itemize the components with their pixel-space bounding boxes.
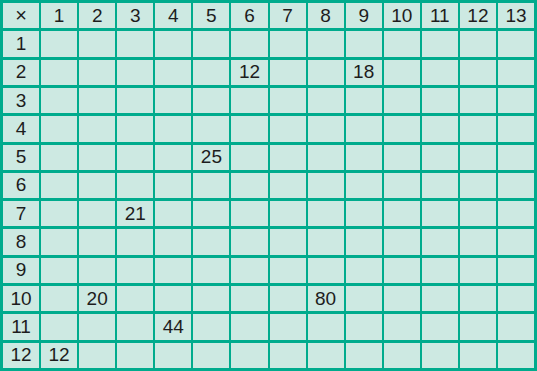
cell-r2-c4[interactable] — [155, 60, 191, 85]
row-header-10: 10 — [3, 286, 39, 311]
cell-r4-c8[interactable] — [308, 116, 344, 141]
cell-r7-c1[interactable] — [41, 201, 77, 226]
cell-r4-c9[interactable] — [346, 116, 382, 141]
cell-r12-c6[interactable] — [231, 343, 267, 368]
cell-r1-c5[interactable] — [193, 31, 229, 56]
cell-r11-c9[interactable] — [346, 314, 382, 339]
column-header-2: 2 — [79, 3, 115, 28]
cell-r3-c13[interactable] — [498, 88, 534, 113]
cell-r6-c7[interactable] — [270, 173, 306, 198]
row-header-12: 12 — [3, 343, 39, 368]
cell-r7-c3[interactable]: 21 — [117, 201, 153, 226]
cell-r8-c2[interactable] — [79, 229, 115, 254]
cell-r8-c1[interactable] — [41, 229, 77, 254]
cell-r10-c9[interactable] — [346, 286, 382, 311]
cell-r11-c5[interactable] — [193, 314, 229, 339]
cell-r6-c10[interactable] — [384, 173, 420, 198]
cell-r7-c4[interactable] — [155, 201, 191, 226]
cell-r12-c5[interactable] — [193, 343, 229, 368]
cell-r9-c4[interactable] — [155, 258, 191, 283]
cell-r2-c1[interactable] — [41, 60, 77, 85]
cell-r6-c11[interactable] — [422, 173, 458, 198]
cell-r9-c10[interactable] — [384, 258, 420, 283]
cell-r3-c7[interactable] — [270, 88, 306, 113]
cell-r5-c10[interactable] — [384, 145, 420, 170]
cell-r11-c10[interactable] — [384, 314, 420, 339]
cell-r3-c5[interactable] — [193, 88, 229, 113]
cell-r10-c12[interactable] — [460, 286, 496, 311]
cell-r10-c8[interactable]: 80 — [308, 286, 344, 311]
cell-r12-c1[interactable]: 12 — [41, 343, 77, 368]
cell-r10-c4[interactable] — [155, 286, 191, 311]
cell-r3-c10[interactable] — [384, 88, 420, 113]
cell-r1-c6[interactable] — [231, 31, 267, 56]
cell-r6-c9[interactable] — [346, 173, 382, 198]
cell-r11-c7[interactable] — [270, 314, 306, 339]
cell-r5-c8[interactable] — [308, 145, 344, 170]
cell-r2-c2[interactable] — [79, 60, 115, 85]
cell-r8-c8[interactable] — [308, 229, 344, 254]
column-header-1: 1 — [41, 3, 77, 28]
column-header-6: 6 — [231, 3, 267, 28]
cell-r9-c12[interactable] — [460, 258, 496, 283]
cell-r10-c2[interactable]: 20 — [79, 286, 115, 311]
cell-r11-c6[interactable] — [231, 314, 267, 339]
cell-r11-c13[interactable] — [498, 314, 534, 339]
cell-r6-c3[interactable] — [117, 173, 153, 198]
column-header-9: 9 — [346, 3, 382, 28]
cell-r7-c7[interactable] — [270, 201, 306, 226]
cell-r3-c2[interactable] — [79, 88, 115, 113]
cell-r8-c7[interactable] — [270, 229, 306, 254]
column-header-10: 10 — [384, 3, 420, 28]
row-header-4: 4 — [3, 116, 39, 141]
cell-r9-c8[interactable] — [308, 258, 344, 283]
cell-r12-c2[interactable] — [79, 343, 115, 368]
cell-r2-c13[interactable] — [498, 60, 534, 85]
cell-r10-c1[interactable] — [41, 286, 77, 311]
cell-r12-c8[interactable] — [308, 343, 344, 368]
cell-r5-c7[interactable] — [270, 145, 306, 170]
cell-r8-c12[interactable] — [460, 229, 496, 254]
row-header-9: 9 — [3, 258, 39, 283]
cell-r5-c11[interactable] — [422, 145, 458, 170]
cell-r11-c12[interactable] — [460, 314, 496, 339]
cell-r1-c13[interactable] — [498, 31, 534, 56]
cell-r3-c4[interactable] — [155, 88, 191, 113]
row-header-5: 5 — [3, 145, 39, 170]
cell-r6-c12[interactable] — [460, 173, 496, 198]
column-header-4: 4 — [155, 3, 191, 28]
cell-r1-c3[interactable] — [117, 31, 153, 56]
column-header-8: 8 — [308, 3, 344, 28]
column-header-11: 11 — [422, 3, 458, 28]
cell-r12-c10[interactable] — [384, 343, 420, 368]
cell-r2-c10[interactable] — [384, 60, 420, 85]
cell-r9-c2[interactable] — [79, 258, 115, 283]
cell-r5-c13[interactable] — [498, 145, 534, 170]
cell-r9-c9[interactable] — [346, 258, 382, 283]
cell-r7-c5[interactable] — [193, 201, 229, 226]
cell-r4-c11[interactable] — [422, 116, 458, 141]
cell-r10-c5[interactable] — [193, 286, 229, 311]
cell-r4-c2[interactable] — [79, 116, 115, 141]
cell-r3-c8[interactable] — [308, 88, 344, 113]
cell-r2-c8[interactable] — [308, 60, 344, 85]
cell-r7-c2[interactable] — [79, 201, 115, 226]
multiplication-grid: ×123456789101112131212183452567218910208… — [0, 0, 537, 371]
cell-r2-c7[interactable] — [270, 60, 306, 85]
cell-r9-c5[interactable] — [193, 258, 229, 283]
cell-r12-c11[interactable] — [422, 343, 458, 368]
cell-r7-c9[interactable] — [346, 201, 382, 226]
cell-r10-c3[interactable] — [117, 286, 153, 311]
cell-r12-c4[interactable] — [155, 343, 191, 368]
row-header-6: 6 — [3, 173, 39, 198]
cell-r7-c12[interactable] — [460, 201, 496, 226]
cell-r6-c13[interactable] — [498, 173, 534, 198]
column-header-7: 7 — [270, 3, 306, 28]
cell-r4-c7[interactable] — [270, 116, 306, 141]
cell-r9-c3[interactable] — [117, 258, 153, 283]
cell-r12-c12[interactable] — [460, 343, 496, 368]
cell-r4-c10[interactable] — [384, 116, 420, 141]
column-header-12: 12 — [460, 3, 496, 28]
column-header-3: 3 — [117, 3, 153, 28]
cell-r6-c5[interactable] — [193, 173, 229, 198]
cell-r1-c4[interactable] — [155, 31, 191, 56]
cell-r10-c11[interactable] — [422, 286, 458, 311]
cell-r2-c11[interactable] — [422, 60, 458, 85]
cell-r4-c12[interactable] — [460, 116, 496, 141]
cell-r6-c2[interactable] — [79, 173, 115, 198]
cell-r5-c5[interactable]: 25 — [193, 145, 229, 170]
cell-r10-c7[interactable] — [270, 286, 306, 311]
cell-r4-c1[interactable] — [41, 116, 77, 141]
cell-r4-c6[interactable] — [231, 116, 267, 141]
column-header-5: 5 — [193, 3, 229, 28]
cell-r2-c12[interactable] — [460, 60, 496, 85]
cell-r1-c11[interactable] — [422, 31, 458, 56]
cell-r11-c1[interactable] — [41, 314, 77, 339]
row-header-1: 1 — [3, 31, 39, 56]
row-header-2: 2 — [3, 60, 39, 85]
cell-r11-c4[interactable]: 44 — [155, 314, 191, 339]
cell-r1-c8[interactable] — [308, 31, 344, 56]
cell-r9-c11[interactable] — [422, 258, 458, 283]
cell-r9-c1[interactable] — [41, 258, 77, 283]
cell-r1-c2[interactable] — [79, 31, 115, 56]
cell-r5-c1[interactable] — [41, 145, 77, 170]
cell-r3-c3[interactable] — [117, 88, 153, 113]
cell-r6-c8[interactable] — [308, 173, 344, 198]
cell-r7-c13[interactable] — [498, 201, 534, 226]
cell-r3-c12[interactable] — [460, 88, 496, 113]
cell-r8-c3[interactable] — [117, 229, 153, 254]
cell-r10-c13[interactable] — [498, 286, 534, 311]
cell-r3-c11[interactable] — [422, 88, 458, 113]
cell-r2-c6[interactable]: 12 — [231, 60, 267, 85]
cell-r7-c11[interactable] — [422, 201, 458, 226]
cell-r1-c7[interactable] — [270, 31, 306, 56]
cell-r11-c8[interactable] — [308, 314, 344, 339]
cell-r2-c3[interactable] — [117, 60, 153, 85]
cell-r5-c2[interactable] — [79, 145, 115, 170]
cell-r7-c8[interactable] — [308, 201, 344, 226]
row-header-8: 8 — [3, 229, 39, 254]
cell-r12-c7[interactable] — [270, 343, 306, 368]
cell-r8-c4[interactable] — [155, 229, 191, 254]
cell-r3-c6[interactable] — [231, 88, 267, 113]
row-header-11: 11 — [3, 314, 39, 339]
cell-r11-c2[interactable] — [79, 314, 115, 339]
cell-r6-c6[interactable] — [231, 173, 267, 198]
cell-r5-c9[interactable] — [346, 145, 382, 170]
cell-r4-c4[interactable] — [155, 116, 191, 141]
cell-r8-c9[interactable] — [346, 229, 382, 254]
row-header-3: 3 — [3, 88, 39, 113]
cell-r8-c6[interactable] — [231, 229, 267, 254]
cell-r12-c9[interactable] — [346, 343, 382, 368]
cell-r1-c10[interactable] — [384, 31, 420, 56]
column-header-13: 13 — [498, 3, 534, 28]
cell-r5-c12[interactable] — [460, 145, 496, 170]
cell-r11-c3[interactable] — [117, 314, 153, 339]
cell-r5-c6[interactable] — [231, 145, 267, 170]
cell-r9-c6[interactable] — [231, 258, 267, 283]
cell-r1-c12[interactable] — [460, 31, 496, 56]
cell-r1-c9[interactable] — [346, 31, 382, 56]
cell-r12-c3[interactable] — [117, 343, 153, 368]
cell-r7-c10[interactable] — [384, 201, 420, 226]
cell-r7-c6[interactable] — [231, 201, 267, 226]
cell-r9-c7[interactable] — [270, 258, 306, 283]
cell-r8-c11[interactable] — [422, 229, 458, 254]
cell-r12-c13[interactable] — [498, 343, 534, 368]
cell-r4-c5[interactable] — [193, 116, 229, 141]
cell-r6-c4[interactable] — [155, 173, 191, 198]
cell-r2-c9[interactable]: 18 — [346, 60, 382, 85]
corner-cell: × — [3, 3, 39, 28]
cell-r4-c13[interactable] — [498, 116, 534, 141]
cell-r8-c5[interactable] — [193, 229, 229, 254]
cell-r11-c11[interactable] — [422, 314, 458, 339]
cell-r1-c1[interactable] — [41, 31, 77, 56]
cell-r6-c1[interactable] — [41, 173, 77, 198]
cell-r10-c10[interactable] — [384, 286, 420, 311]
cell-r8-c10[interactable] — [384, 229, 420, 254]
cell-r5-c3[interactable] — [117, 145, 153, 170]
cell-r9-c13[interactable] — [498, 258, 534, 283]
cell-r3-c1[interactable] — [41, 88, 77, 113]
cell-r4-c3[interactable] — [117, 116, 153, 141]
cell-r5-c4[interactable] — [155, 145, 191, 170]
cell-r3-c9[interactable] — [346, 88, 382, 113]
cell-r10-c6[interactable] — [231, 286, 267, 311]
cell-r8-c13[interactable] — [498, 229, 534, 254]
row-header-7: 7 — [3, 201, 39, 226]
cell-r2-c5[interactable] — [193, 60, 229, 85]
